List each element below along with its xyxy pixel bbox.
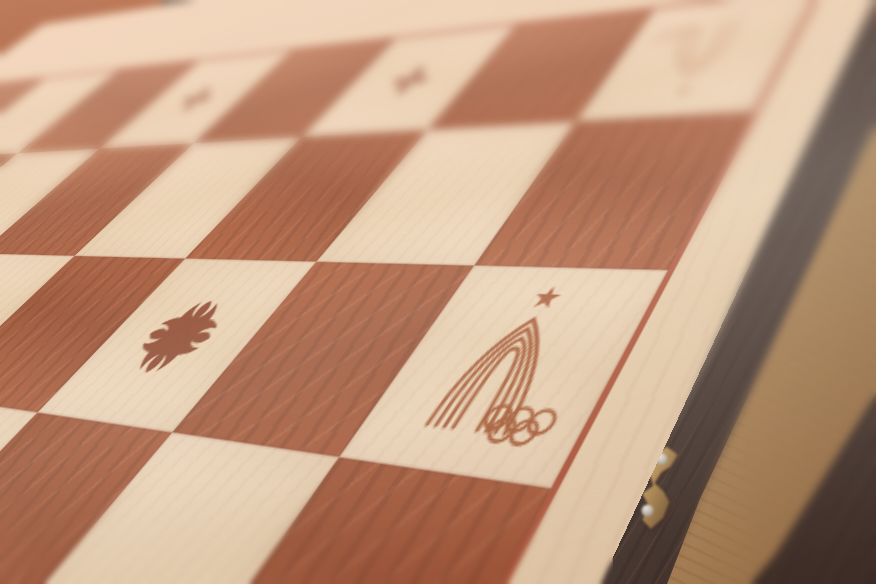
- chessboard-photo: [0, 0, 876, 584]
- focus-blur-overlay-right: [666, 0, 876, 584]
- focus-blur-overlay-near: [0, 479, 613, 584]
